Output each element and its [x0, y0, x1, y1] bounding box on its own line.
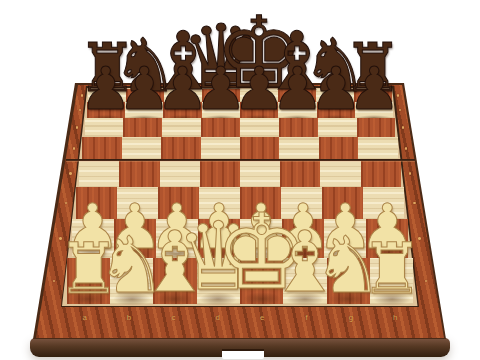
square-h7[interactable]: ♟ [355, 102, 393, 118]
board-row-rank-7: ♟♟♟♟♟♟♟♟ [87, 102, 394, 118]
square-f5[interactable] [279, 137, 318, 160]
frame-pin [425, 280, 428, 283]
frame-pin [73, 147, 76, 150]
file-coordinate-labels: abcdefgh [63, 313, 418, 322]
file-label-e: e [240, 313, 284, 322]
square-a4[interactable] [79, 160, 119, 187]
square-d5[interactable] [201, 137, 240, 160]
frame-pin [76, 126, 79, 129]
frame-pin [405, 147, 408, 150]
board-row-rank-1: ♜♞♝♛♚♝♞♜ [67, 258, 414, 304]
frame-pin [402, 126, 405, 129]
square-b5[interactable] [122, 137, 161, 160]
file-label-b: b [107, 313, 151, 322]
square-e4[interactable] [240, 160, 280, 187]
square-c5[interactable] [161, 137, 200, 160]
square-g5[interactable] [319, 137, 358, 160]
frame-pin [409, 172, 412, 175]
square-g4[interactable] [320, 160, 360, 187]
square-h5[interactable] [358, 137, 397, 160]
frame-pin [53, 280, 56, 283]
square-d4[interactable] [200, 160, 240, 187]
square-h4[interactable] [361, 160, 401, 187]
file-label-g: g [329, 313, 373, 322]
square-h1[interactable]: ♜ [370, 258, 413, 304]
square-f4[interactable] [280, 160, 320, 187]
file-label-h: h [373, 313, 417, 322]
piece-black-pawn-h7[interactable]: ♟ [348, 59, 401, 118]
file-label-c: c [151, 313, 195, 322]
board-fold-line [66, 159, 415, 162]
piece-white-rook-h1[interactable]: ♜ [360, 234, 423, 304]
chess-set-photo: ♜♞♝♛♚♝♞♜♟♟♟♟♟♟♟♟♟♟♟♟♟♟♟♟♜♞♝♛♚♝♞♜ abcdefg… [0, 0, 480, 360]
file-label-d: d [196, 313, 240, 322]
file-label-f: f [284, 313, 328, 322]
board-row-rank-4 [79, 160, 401, 187]
file-label-a: a [63, 313, 107, 322]
frame-pin [69, 172, 72, 175]
square-a5[interactable] [82, 137, 121, 160]
chess-board: ♜♞♝♛♚♝♞♜♟♟♟♟♟♟♟♟♟♟♟♟♟♟♟♟♜♞♝♛♚♝♞♜ [0, 0, 480, 360]
board-row-rank-5 [82, 137, 398, 160]
square-b4[interactable] [119, 160, 159, 187]
square-c4[interactable] [160, 160, 200, 187]
square-e5[interactable] [240, 137, 279, 160]
